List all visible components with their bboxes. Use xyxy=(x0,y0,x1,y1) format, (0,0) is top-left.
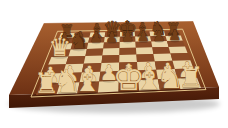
piece-black-knight-b6[interactable]: ♞ xyxy=(69,28,88,53)
piece-black-pawn-f7[interactable]: ♟ xyxy=(137,28,150,44)
square-g5[interactable] xyxy=(152,47,170,54)
chessboard: ♜♝♛♚♝♞♜♟♟♟♟♟♟♟♟♞♛♟♟♟♟♟♟♟♟♜♞♝♚♝♞♜ xyxy=(0,0,228,128)
square-f5[interactable] xyxy=(136,47,154,54)
piece-white-rook-h1[interactable]: ♜ xyxy=(178,61,203,94)
square-e5[interactable] xyxy=(119,48,136,55)
piece-white-bishop-c1[interactable]: ♝ xyxy=(74,62,102,98)
piece-black-pawn-e7[interactable]: ♟ xyxy=(121,28,134,44)
square-d5[interactable] xyxy=(102,48,119,55)
piece-black-pawn-g7[interactable]: ♟ xyxy=(153,28,166,44)
piece-black-pawn-c7[interactable]: ♟ xyxy=(90,29,103,45)
piece-black-pawn-h7[interactable]: ♟ xyxy=(168,27,181,43)
piece-white-queen-a5[interactable]: ♛ xyxy=(49,33,72,62)
square-h5[interactable] xyxy=(169,46,188,53)
piece-black-pawn-d7[interactable]: ♟ xyxy=(105,29,118,45)
chess-set-photo: ♜♝♛♚♝♞♜♟♟♟♟♟♟♟♟♞♛♟♟♟♟♟♟♟♟♜♞♝♚♝♞♜ xyxy=(0,0,228,128)
